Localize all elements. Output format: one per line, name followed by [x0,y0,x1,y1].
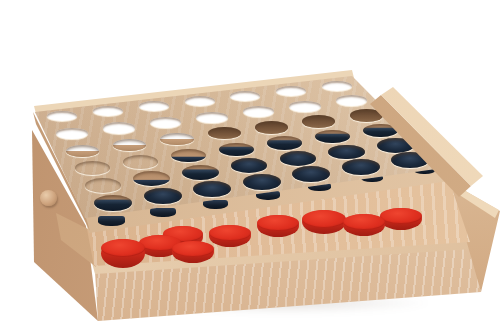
hole-r5c2-blue-edge [133,171,169,186]
hole-r4c4-blue-half [219,143,254,157]
hole-r3c5-shadow [255,121,288,133]
hole-r2c4-thru [196,112,228,123]
hole-r6c2-blue [144,188,182,204]
hole-grid [0,0,500,333]
hole-r5c4-blue [231,158,267,173]
hole-r1c5-thru [230,91,260,101]
hole-r4c3-blue-edge [171,149,206,163]
hole-r5c3-blue-half [182,165,218,180]
hole-r1c1-thru [47,111,77,121]
hole-r4c6-blue-half [315,130,350,144]
hole-r2c3-thru [150,117,182,128]
hole-r6c5-blue [292,166,330,182]
connect-four-travel-set-photo [0,0,500,333]
hole-r5c6-blue [328,145,364,160]
hole-r2c7-thru [336,95,368,106]
hole-r2c1-thru [56,128,88,139]
hole-r1c4-thru [185,96,215,106]
hole-r1c2-thru [93,106,123,116]
hole-r4c1-floor [75,161,110,175]
hole-r5c5-blue [280,151,316,166]
hole-r2c2-thru [103,122,135,133]
hole-r6c1-blue-half [94,195,132,211]
hole-r1c3-thru [139,101,169,111]
hole-r1c7-thru [322,81,352,91]
hole-r6c3-blue [193,181,231,197]
hole-r3c3-thru-half [160,133,193,145]
hole-r3c1-thru-half [66,145,99,157]
hole-r6c6-blue [342,159,380,175]
hole-r1c6-thru [276,86,306,96]
hole-r3c4-shadow [208,127,241,139]
wooden-knob [40,190,57,206]
hole-r3c6-shadow [302,115,335,127]
hole-r6c4-blue [243,174,281,190]
hole-r4c2-floor [123,155,158,169]
hole-r2c5-thru [243,106,275,117]
hole-r4c5-blue-half [267,136,302,150]
hole-r3c2-thru-half [113,139,146,151]
hole-r2c6-thru [289,101,321,112]
hole-r5c1-floor [85,178,121,193]
